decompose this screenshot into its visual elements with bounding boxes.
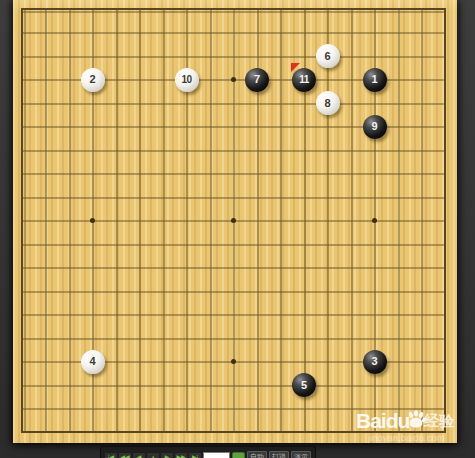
move-number-label: 4	[89, 356, 95, 367]
go-player-window: 1234567891011 |◀◀◀◀▪▶▶▶▶| 自动打谱演示 Baidu 经…	[0, 0, 475, 458]
move-number-label: 11	[299, 75, 309, 85]
toolbar-text-button-1[interactable]: 打谱	[269, 451, 289, 458]
star-point	[231, 359, 236, 364]
nav-button-2[interactable]: ◀	[133, 453, 145, 458]
watermark: Baidu 经验 jingyan.baidu.com	[356, 410, 454, 443]
move-number-label: 6	[324, 51, 330, 62]
nav-button-6[interactable]: ▶|	[189, 453, 201, 458]
white-stone-move-10-H16: 10	[175, 68, 199, 92]
watermark-url-text: jingyan.baidu.com	[368, 432, 454, 443]
go-board[interactable]: 1234567891011	[13, 0, 457, 443]
watermark-brand-text: Baidu	[356, 409, 409, 433]
star-point	[90, 218, 95, 223]
move-number-label: 2	[89, 74, 95, 85]
last-move-marker	[291, 63, 300, 72]
nav-button-0[interactable]: |◀	[105, 453, 117, 458]
nav-button-3[interactable]: ▪	[147, 453, 159, 458]
move-number-input[interactable]	[203, 452, 230, 458]
black-stone-move-11-M16: 11	[292, 68, 316, 92]
white-stone-move-8-N15: 8	[316, 91, 340, 115]
nav-button-5[interactable]: ▶▶	[175, 453, 187, 458]
white-stone-move-4-D4: 4	[81, 350, 105, 374]
white-stone-move-2-D16: 2	[81, 68, 105, 92]
replay-toolbar: |◀◀◀◀▪▶▶▶▶| 自动打谱演示	[100, 446, 316, 458]
black-stone-move-9-Q14: 9	[363, 115, 387, 139]
black-stone-move-7-L16: 7	[245, 68, 269, 92]
nav-button-1[interactable]: ◀◀	[119, 453, 131, 458]
move-number-label: 1	[371, 74, 377, 85]
toolbar-text-button-2[interactable]: 演示	[291, 451, 311, 458]
black-stone-move-1-Q16: 1	[363, 68, 387, 92]
nav-button-4[interactable]: ▶	[161, 453, 173, 458]
move-number-label: 9	[371, 121, 377, 132]
jump-to-move-button[interactable]	[232, 452, 245, 458]
move-number-label: 8	[324, 98, 330, 109]
star-point	[231, 218, 236, 223]
white-stone-move-6-N17: 6	[316, 44, 340, 68]
move-number-label: 10	[181, 75, 191, 85]
toolbar-text-button-0[interactable]: 自动	[247, 451, 267, 458]
black-stone-move-3-Q4: 3	[363, 350, 387, 374]
black-stone-move-5-M3: 5	[292, 373, 316, 397]
move-number-label: 3	[371, 356, 377, 367]
watermark-suffix-text: 经验	[424, 412, 454, 431]
move-number-label: 5	[301, 380, 307, 391]
star-point	[231, 77, 236, 82]
star-point	[372, 218, 377, 223]
move-number-label: 7	[254, 74, 260, 85]
